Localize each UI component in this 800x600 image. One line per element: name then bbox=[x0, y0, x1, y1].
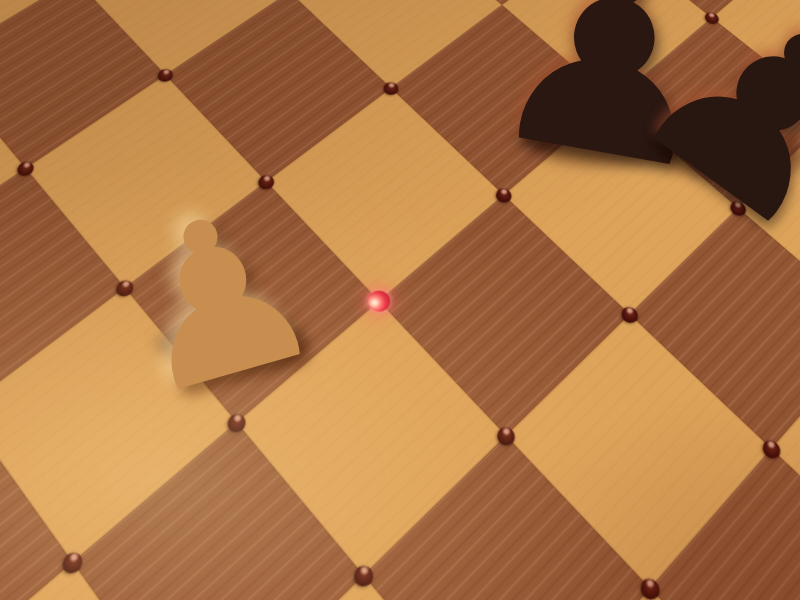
board-photo: ♟♟♟ bbox=[0, 0, 800, 600]
